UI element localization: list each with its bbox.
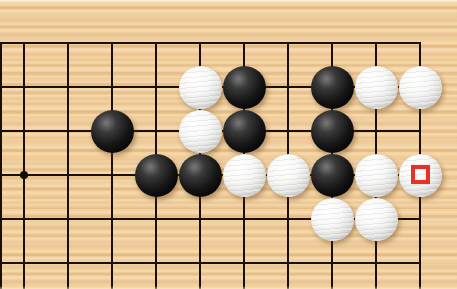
last-move-marker — [411, 165, 430, 184]
intersection-T14[interactable] — [398, 241, 442, 285]
black-stone-O16 — [179, 154, 222, 197]
intersection-M14[interactable] — [90, 241, 134, 285]
black-stone-R17 — [311, 110, 354, 153]
intersection-N19[interactable] — [134, 21, 178, 65]
intersection-T15[interactable] — [398, 197, 442, 241]
intersection-S19[interactable] — [354, 21, 398, 65]
intersection-L18[interactable] — [46, 65, 90, 109]
intersection-N14[interactable] — [134, 241, 178, 285]
black-stone-M17 — [91, 110, 134, 153]
intersection-L19[interactable] — [46, 21, 90, 65]
white-stone-T18 — [399, 66, 442, 109]
intersection-K18[interactable] — [2, 65, 46, 109]
white-stone-R15 — [311, 198, 354, 241]
intersection-Q19[interactable] — [266, 21, 310, 65]
intersection-K19[interactable] — [2, 21, 46, 65]
intersection-M16[interactable] — [90, 153, 134, 197]
intersection-T17[interactable] — [398, 109, 442, 153]
intersection-Q15[interactable] — [266, 197, 310, 241]
intersection-L16[interactable] — [46, 153, 90, 197]
intersection-R14[interactable] — [310, 241, 354, 285]
intersection-Q18[interactable] — [266, 65, 310, 109]
white-stone-O18 — [179, 66, 222, 109]
intersection-L17[interactable] — [46, 109, 90, 153]
white-stone-S15 — [355, 198, 398, 241]
white-stone-Q16 — [267, 154, 310, 197]
black-stone-N16 — [135, 154, 178, 197]
intersection-O14[interactable] — [178, 241, 222, 285]
white-stone-P16 — [223, 154, 266, 197]
intersection-M19[interactable] — [90, 21, 134, 65]
intersection-M15[interactable] — [90, 197, 134, 241]
black-stone-R16 — [311, 154, 354, 197]
intersection-T19[interactable] — [398, 21, 442, 65]
black-stone-P17 — [223, 110, 266, 153]
black-stone-R18 — [311, 66, 354, 109]
intersection-P19[interactable] — [222, 21, 266, 65]
intersection-N18[interactable] — [134, 65, 178, 109]
white-stone-S16 — [355, 154, 398, 197]
white-stone-S18 — [355, 66, 398, 109]
intersection-N17[interactable] — [134, 109, 178, 153]
intersection-R19[interactable] — [310, 21, 354, 65]
intersection-M18[interactable] — [90, 65, 134, 109]
intersection-L15[interactable] — [46, 197, 90, 241]
intersection-L14[interactable] — [46, 241, 90, 285]
intersection-P15[interactable] — [222, 197, 266, 241]
intersection-O15[interactable] — [178, 197, 222, 241]
intersection-S17[interactable] — [354, 109, 398, 153]
white-stone-T16 — [399, 154, 442, 197]
intersection-K17[interactable] — [2, 109, 46, 153]
intersection-Q17[interactable] — [266, 109, 310, 153]
intersection-S14[interactable] — [354, 241, 398, 285]
intersection-O19[interactable] — [178, 21, 222, 65]
intersection-K14[interactable] — [2, 241, 46, 285]
intersection-N15[interactable] — [134, 197, 178, 241]
intersection-K16[interactable] — [2, 153, 46, 197]
white-stone-O17 — [179, 110, 222, 153]
intersection-Q14[interactable] — [266, 241, 310, 285]
black-stone-P18 — [223, 66, 266, 109]
intersection-P14[interactable] — [222, 241, 266, 285]
go-board[interactable] — [0, 0, 457, 289]
intersection-K15[interactable] — [2, 197, 46, 241]
